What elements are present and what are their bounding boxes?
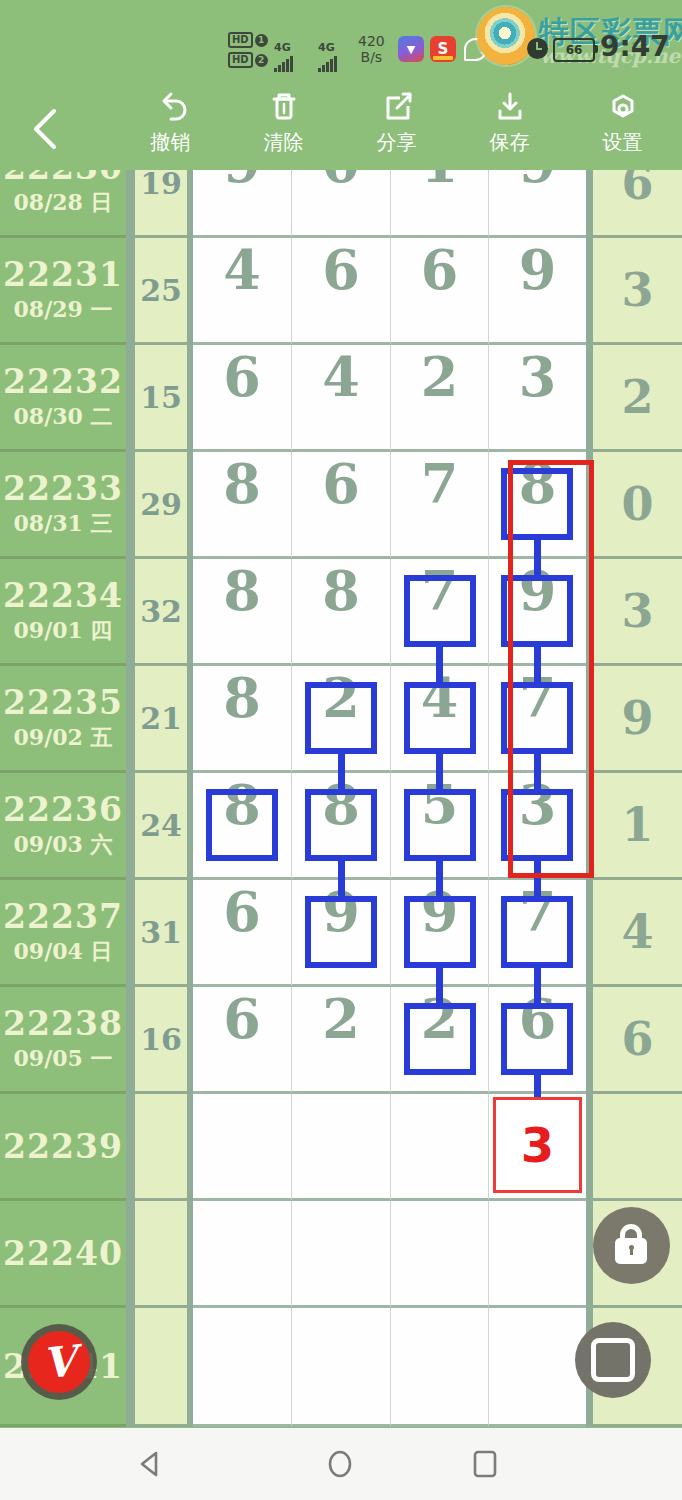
sum-cell: 21 <box>135 666 187 773</box>
app-screen: HD 1 HD 2 4G 4G 420 B/s ▼ S ✦ ♪ www.tqcp… <box>0 0 682 1500</box>
sum-cell <box>135 1308 187 1427</box>
issue-number: 22233 <box>3 469 123 508</box>
digit-cell[interactable]: 3 <box>489 1094 586 1201</box>
digit-value: 9 <box>489 170 586 195</box>
sum-cell: 31 <box>135 880 187 987</box>
issue-number: 22230 <box>3 170 123 187</box>
toolbar-button-share[interactable]: 分享 <box>340 87 453 156</box>
v-badge-icon: V <box>28 1331 90 1393</box>
issue-label-cell: 22240 <box>0 1201 126 1308</box>
tail-digit-cell[interactable]: 9 <box>593 666 682 773</box>
digit-value: 9 <box>489 238 586 302</box>
draw-date: 09/05 一 <box>14 1044 113 1074</box>
toolbar-label: 保存 <box>490 129 530 156</box>
digit-cell[interactable]: 6 <box>193 987 292 1094</box>
selection-box <box>501 896 573 968</box>
nav-back-button[interactable] <box>120 1428 180 1500</box>
sum-cell: 24 <box>135 773 187 880</box>
digit-cell[interactable]: 8 <box>193 666 292 773</box>
sum-cell <box>135 1094 187 1201</box>
tail-digit-cell[interactable]: 6 <box>593 170 682 238</box>
issue-number: 22236 <box>3 790 123 829</box>
column-divider <box>586 880 593 987</box>
connector-line-up <box>534 984 541 1003</box>
toolbar-button-undo[interactable]: 撤销 <box>114 87 227 156</box>
sum-cell: 29 <box>135 452 187 559</box>
digit-cell[interactable]: 9 <box>489 559 586 666</box>
site-logo-swirl-icon <box>477 7 535 65</box>
digit-cell[interactable]: 6 <box>292 452 391 559</box>
connector-line-up <box>338 877 345 896</box>
digit-value: 6 <box>193 345 291 409</box>
column-divider <box>126 345 135 452</box>
digit-cell[interactable]: 8 <box>292 559 391 666</box>
digit-cell[interactable]: 0 <box>292 170 391 238</box>
digit-value: 6 <box>292 452 390 516</box>
digit-cell[interactable] <box>489 1201 586 1308</box>
column-divider <box>586 238 593 345</box>
column-divider <box>126 987 135 1094</box>
settings-icon <box>604 87 642 125</box>
filter-app-icon: ▼ <box>398 36 424 62</box>
tail-digit-cell[interactable]: 3 <box>593 238 682 345</box>
selection-box <box>501 468 573 540</box>
column-divider <box>586 345 593 452</box>
digit-cell[interactable]: 2 <box>391 345 489 452</box>
digit-value: 8 <box>193 452 291 516</box>
hd-icon: HD <box>228 32 253 48</box>
digit-cell[interactable]: 8 <box>193 559 292 666</box>
issue-number: 22240 <box>3 1234 123 1273</box>
connector-line-up <box>436 663 443 682</box>
issue-label-cell: 2223509/02 五 <box>0 666 126 773</box>
sum-cell: 19 <box>135 170 187 238</box>
toolbar-button-save[interactable]: 保存 <box>453 87 566 156</box>
digit-cell[interactable]: 8 <box>292 773 391 880</box>
digit-cell[interactable]: 7 <box>489 880 586 987</box>
selection-box <box>404 575 476 647</box>
digit-cell[interactable]: 9 <box>292 880 391 987</box>
stop-square-button[interactable] <box>575 1322 651 1398</box>
column-divider <box>586 170 593 238</box>
digit-value: 8 <box>292 559 390 623</box>
table-row: 2223709/04 日3169974 <box>0 880 682 987</box>
signal-icon-sim1: 4G <box>274 36 316 72</box>
digit-value: 8 <box>193 666 291 730</box>
sum-cell <box>135 1201 187 1308</box>
connector-line-up <box>534 770 541 789</box>
issue-label-cell: 2223609/03 六 <box>0 773 126 880</box>
selection-box <box>305 789 377 861</box>
column-divider <box>586 1201 593 1308</box>
column-divider <box>586 773 593 880</box>
column-divider <box>126 559 135 666</box>
selection-box <box>501 789 573 861</box>
selection-box <box>404 682 476 754</box>
sum-cell: 32 <box>135 559 187 666</box>
nav-home-button[interactable] <box>310 1428 370 1500</box>
clock-time: 9:47 <box>600 30 670 63</box>
connector-line-up <box>338 770 345 789</box>
draw-date: 09/02 五 <box>14 723 113 753</box>
digit-cell[interactable]: 6 <box>391 238 489 345</box>
column-divider <box>586 452 593 559</box>
table-row: 2223008/28 日1990196 <box>0 170 682 238</box>
square-icon <box>591 1338 635 1382</box>
digit-cell[interactable]: 2 <box>391 987 489 1094</box>
digit-cell[interactable]: 6 <box>292 238 391 345</box>
chevron-left-icon <box>36 111 54 147</box>
lock-button[interactable] <box>593 1207 670 1284</box>
digit-cell[interactable] <box>193 1201 292 1308</box>
prediction-box: 3 <box>493 1097 582 1193</box>
selection-box <box>501 1003 573 1075</box>
selection-box <box>501 575 573 647</box>
table-row: 22240 <box>0 1201 682 1308</box>
nav-home-icon <box>330 1452 350 1476</box>
issue-number: 22234 <box>3 576 123 615</box>
digit-value: 6 <box>193 987 291 1051</box>
issue-label-cell: 2223809/05 一 <box>0 987 126 1094</box>
column-divider <box>586 666 593 773</box>
toolbar-label: 撤销 <box>151 129 191 156</box>
digit-value: 2 <box>292 987 390 1051</box>
selection-box <box>206 789 278 861</box>
issue-label-cell: 2223308/31 三 <box>0 452 126 559</box>
column-divider <box>586 987 593 1094</box>
digit-value: 6 <box>292 238 390 302</box>
digit-cell[interactable]: 6 <box>489 987 586 1094</box>
digit-cell[interactable] <box>391 1094 489 1201</box>
nav-recents-icon <box>475 1452 495 1476</box>
connector-line-up <box>534 663 541 682</box>
table-row: 2223809/05 一1662266 <box>0 987 682 1094</box>
table-row: 2223609/03 六2488531 <box>0 773 682 880</box>
digit-cell[interactable]: 4 <box>292 345 391 452</box>
digit-cell[interactable]: 6 <box>193 880 292 987</box>
digit-value: 4 <box>292 345 390 409</box>
selection-box <box>404 896 476 968</box>
table-row: 2223308/31 三2986780 <box>0 452 682 559</box>
column-divider <box>126 238 135 345</box>
issue-number: 22238 <box>3 1004 123 1043</box>
digit-cell[interactable]: 7 <box>489 666 586 773</box>
battery-icon: 66 <box>553 38 595 62</box>
column-divider <box>126 1094 135 1201</box>
connector-line-up <box>436 877 443 896</box>
connector-line-up <box>534 556 541 575</box>
digit-cell[interactable]: 7 <box>391 452 489 559</box>
digit-value: 6 <box>391 238 488 302</box>
digit-cell[interactable]: 9 <box>391 880 489 987</box>
issue-number: 22237 <box>3 897 123 936</box>
digit-value: 2 <box>391 345 488 409</box>
digit-cell[interactable]: 7 <box>391 559 489 666</box>
column-divider <box>126 452 135 559</box>
digit-value: 3 <box>489 345 586 409</box>
digit-cell[interactable]: 3 <box>489 773 586 880</box>
digit-cell[interactable] <box>292 1094 391 1201</box>
nav-back-icon <box>142 1453 156 1475</box>
s-app-icon: S <box>430 36 456 62</box>
column-divider <box>126 666 135 773</box>
column-divider <box>126 1201 135 1308</box>
issue-number: 22239 <box>3 1127 123 1166</box>
digit-value: 9 <box>193 170 291 195</box>
digit-cell[interactable] <box>391 1308 489 1427</box>
tail-digit-cell[interactable]: 0 <box>593 452 682 559</box>
network-speed: 420 B/s <box>358 33 385 65</box>
issue-label-cell: 2223409/01 四 <box>0 559 126 666</box>
share-icon <box>378 87 416 125</box>
selection-box <box>404 789 476 861</box>
issue-number: 22235 <box>3 683 123 722</box>
table-row: 2223409/01 四3288793 <box>0 559 682 666</box>
issue-number: 22232 <box>3 362 123 401</box>
android-navbar <box>0 1428 682 1500</box>
v-logo-button[interactable]: V <box>21 1324 97 1400</box>
selection-box <box>305 682 377 754</box>
connector-line-up <box>534 877 541 896</box>
table-row: 2223108/29 一2546693 <box>0 238 682 345</box>
column-divider <box>126 1308 135 1427</box>
digit-cell[interactable] <box>193 1094 292 1201</box>
draw-date: 08/30 二 <box>14 402 113 432</box>
column-divider <box>586 1094 593 1201</box>
table-row: 222393 <box>0 1094 682 1201</box>
column-divider <box>126 170 135 238</box>
digit-cell[interactable]: 3 <box>489 345 586 452</box>
column-divider <box>126 880 135 987</box>
hd-badge-sim2: HD 2 <box>228 52 268 68</box>
connector-line-up <box>436 984 443 1003</box>
draw-date: 08/29 一 <box>14 295 113 325</box>
toolbar: 撤销清除分享保存设置 <box>0 85 682 170</box>
sum-cell: 25 <box>135 238 187 345</box>
draw-date: 09/03 六 <box>14 830 113 860</box>
hd-icon: HD <box>228 52 253 68</box>
digit-cell[interactable]: 4 <box>391 666 489 773</box>
issue-number: 22231 <box>3 255 123 294</box>
issue-label-cell: 22239 <box>0 1094 126 1201</box>
hd-volte-badges: HD 1 HD 2 <box>228 32 268 68</box>
toolbar-label: 设置 <box>603 129 643 156</box>
draw-date: 09/04 日 <box>14 937 113 967</box>
connector-line-up <box>436 770 443 789</box>
draw-date: 09/01 四 <box>14 616 113 646</box>
digit-cell[interactable]: 9 <box>193 170 292 238</box>
table-row: 2223509/02 五2182479 <box>0 666 682 773</box>
sum-cell: 15 <box>135 345 187 452</box>
toolbar-label: 分享 <box>377 129 417 156</box>
column-divider <box>586 559 593 666</box>
toolbar-button-settings[interactable]: 设置 <box>566 87 679 156</box>
back-button[interactable] <box>26 103 70 155</box>
issue-label-cell: 2223709/04 日 <box>0 880 126 987</box>
digit-cell[interactable]: 9 <box>489 238 586 345</box>
toolbar-label: 清除 <box>264 129 304 156</box>
digit-value: 6 <box>193 880 291 944</box>
digit-cell[interactable] <box>489 1308 586 1427</box>
signal-icon-sim2: 4G <box>318 36 360 72</box>
toolbar-button-trash[interactable]: 清除 <box>227 87 340 156</box>
undo-icon <box>152 87 190 125</box>
tail-digit-cell[interactable]: 6 <box>593 987 682 1094</box>
status-bar: HD 1 HD 2 4G 4G 420 B/s ▼ S ✦ ♪ www.tqcp… <box>0 0 682 85</box>
column-divider <box>126 773 135 880</box>
digit-cell[interactable] <box>292 1201 391 1308</box>
digit-value: 0 <box>292 170 390 195</box>
digit-cell[interactable]: 8 <box>193 452 292 559</box>
digit-cell[interactable] <box>292 1308 391 1427</box>
alarm-clock-icon <box>527 38 548 59</box>
digit-cell[interactable] <box>391 1201 489 1308</box>
issue-label-cell: 2223008/28 日 <box>0 170 126 238</box>
digit-value: 8 <box>193 559 291 623</box>
selection-box <box>404 1003 476 1075</box>
digit-cell[interactable] <box>193 1308 292 1427</box>
digit-cell[interactable]: 2 <box>292 666 391 773</box>
sum-cell: 16 <box>135 987 187 1094</box>
hd-badge-sim1: HD 1 <box>228 32 268 48</box>
digit-value: 7 <box>391 452 488 516</box>
digit-cell[interactable]: 8 <box>489 452 586 559</box>
digit-cell[interactable]: 9 <box>489 170 586 238</box>
digit-cell[interactable]: 5 <box>391 773 489 880</box>
selection-box <box>305 896 377 968</box>
nav-recents-button[interactable] <box>455 1428 515 1500</box>
trend-chart-table: 2223008/28 日19901962223108/29 一254669322… <box>0 170 682 1428</box>
draw-date: 08/31 三 <box>14 509 113 539</box>
issue-label-cell: 2223208/30 二 <box>0 345 126 452</box>
digit-cell[interactable]: 4 <box>193 238 292 345</box>
digit-cell[interactable]: 6 <box>193 345 292 452</box>
prediction-digit: 3 <box>521 1117 554 1173</box>
table-row: 2223208/30 二1564232 <box>0 345 682 452</box>
trash-icon <box>265 87 303 125</box>
tail-digit-cell[interactable]: 2 <box>593 345 682 452</box>
digit-cell[interactable]: 1 <box>391 170 489 238</box>
save-icon <box>491 87 529 125</box>
tail-digit-cell[interactable]: 3 <box>593 559 682 666</box>
digit-value: 4 <box>193 238 291 302</box>
selection-box <box>501 682 573 754</box>
tail-digit-cell[interactable]: 1 <box>593 773 682 880</box>
tail-digit-cell[interactable] <box>593 1094 682 1201</box>
issue-label-cell: 2223108/29 一 <box>0 238 126 345</box>
draw-date: 08/28 日 <box>14 188 113 218</box>
tail-digit-cell[interactable]: 4 <box>593 880 682 987</box>
digit-value: 1 <box>391 170 488 195</box>
digit-cell[interactable]: 8 <box>193 773 292 880</box>
digit-cell[interactable]: 2 <box>292 987 391 1094</box>
